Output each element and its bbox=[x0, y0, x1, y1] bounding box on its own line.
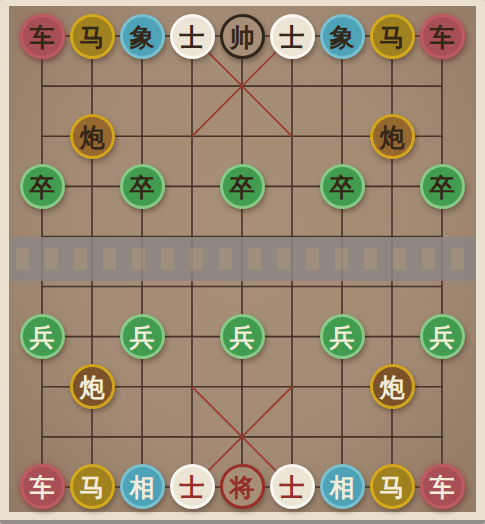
piece-glyph: 兵 bbox=[330, 325, 355, 350]
piece-cannon[interactable]: 炮 bbox=[70, 114, 115, 159]
piece-glyph: 兵 bbox=[430, 325, 455, 350]
piece-glyph: 炮 bbox=[380, 125, 405, 150]
piece-soldier[interactable]: 卒 bbox=[220, 164, 265, 209]
piece-glyph: 卒 bbox=[130, 175, 155, 200]
piece-glyph: 士 bbox=[180, 475, 205, 500]
piece-glyph: 卒 bbox=[230, 175, 255, 200]
piece-soldier[interactable]: 兵 bbox=[420, 314, 465, 359]
piece-general[interactable]: 帅 bbox=[220, 14, 265, 59]
piece-glyph: 相 bbox=[130, 475, 155, 500]
piece-elephant[interactable]: 象 bbox=[120, 14, 165, 59]
xiangqi-board[interactable]: 车马象士帅士象马车炮炮卒卒卒卒卒兵兵兵兵兵炮炮车马相士将士相马车 bbox=[0, 0, 485, 524]
game-window-frame: 车马象士帅士象马车炮炮卒卒卒卒卒兵兵兵兵兵炮炮车马相士将士相马车 bbox=[0, 0, 485, 524]
piece-soldier[interactable]: 兵 bbox=[320, 314, 365, 359]
piece-horse[interactable]: 马 bbox=[370, 14, 415, 59]
piece-horse[interactable]: 马 bbox=[70, 14, 115, 59]
piece-chariot[interactable]: 车 bbox=[20, 14, 65, 59]
piece-glyph: 车 bbox=[430, 25, 455, 50]
piece-cannon[interactable]: 炮 bbox=[70, 364, 115, 409]
piece-glyph: 将 bbox=[230, 475, 255, 500]
piece-soldier[interactable]: 兵 bbox=[220, 314, 265, 359]
piece-glyph: 卒 bbox=[430, 175, 455, 200]
piece-glyph: 车 bbox=[30, 475, 55, 500]
piece-soldier[interactable]: 兵 bbox=[20, 314, 65, 359]
piece-glyph: 士 bbox=[280, 475, 305, 500]
piece-soldier[interactable]: 卒 bbox=[320, 164, 365, 209]
piece-soldier[interactable]: 卒 bbox=[20, 164, 65, 209]
piece-glyph: 帅 bbox=[230, 25, 255, 50]
piece-advisor[interactable]: 士 bbox=[170, 14, 215, 59]
piece-horse[interactable]: 马 bbox=[70, 464, 115, 509]
piece-soldier[interactable]: 兵 bbox=[120, 314, 165, 359]
piece-glyph: 炮 bbox=[80, 375, 105, 400]
piece-advisor[interactable]: 士 bbox=[270, 464, 315, 509]
piece-general[interactable]: 将 bbox=[220, 464, 265, 509]
piece-chariot[interactable]: 车 bbox=[420, 14, 465, 59]
piece-glyph: 卒 bbox=[30, 175, 55, 200]
piece-chariot[interactable]: 车 bbox=[20, 464, 65, 509]
piece-cannon[interactable]: 炮 bbox=[370, 114, 415, 159]
piece-glyph: 炮 bbox=[380, 375, 405, 400]
piece-glyph: 马 bbox=[80, 25, 105, 50]
piece-elephant[interactable]: 相 bbox=[120, 464, 165, 509]
piece-glyph: 马 bbox=[80, 475, 105, 500]
piece-glyph: 卒 bbox=[330, 175, 355, 200]
piece-horse[interactable]: 马 bbox=[370, 464, 415, 509]
piece-soldier[interactable]: 卒 bbox=[420, 164, 465, 209]
piece-advisor[interactable]: 士 bbox=[270, 14, 315, 59]
piece-chariot[interactable]: 车 bbox=[420, 464, 465, 509]
piece-soldier[interactable]: 卒 bbox=[120, 164, 165, 209]
piece-glyph: 象 bbox=[130, 25, 155, 50]
piece-glyph: 车 bbox=[430, 475, 455, 500]
piece-glyph: 相 bbox=[330, 475, 355, 500]
piece-glyph: 士 bbox=[280, 25, 305, 50]
piece-glyph: 马 bbox=[380, 475, 405, 500]
piece-advisor[interactable]: 士 bbox=[170, 464, 215, 509]
piece-glyph: 马 bbox=[380, 25, 405, 50]
piece-cannon[interactable]: 炮 bbox=[370, 364, 415, 409]
piece-glyph: 兵 bbox=[30, 325, 55, 350]
piece-glyph: 兵 bbox=[130, 325, 155, 350]
piece-glyph: 士 bbox=[180, 25, 205, 50]
piece-glyph: 车 bbox=[30, 25, 55, 50]
piece-elephant[interactable]: 相 bbox=[320, 464, 365, 509]
piece-glyph: 炮 bbox=[80, 125, 105, 150]
piece-glyph: 象 bbox=[330, 25, 355, 50]
piece-glyph: 兵 bbox=[230, 325, 255, 350]
piece-elephant[interactable]: 象 bbox=[320, 14, 365, 59]
